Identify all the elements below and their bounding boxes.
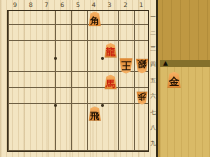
hoshi-dot (54, 104, 57, 107)
file-label: 6 (54, 1, 70, 9)
file-label: 9 (7, 1, 23, 9)
file-label: 2 (117, 1, 133, 9)
piece-glyph: 金 (169, 76, 179, 86)
shogi-piece-2四[interactable]: 王 (119, 58, 133, 74)
rank-label: 七 (150, 105, 157, 121)
piece-glyph: 銀 (137, 60, 146, 69)
sente-marker-icon: ▲ (163, 60, 168, 67)
shogi-piece-3三[interactable]: 龍 (104, 43, 118, 58)
shogi-diagram: 987654321 一二三四五六七八九 角龍王銀馬歩飛 ▲ 金 (0, 0, 210, 157)
piece-glyph: 王 (121, 60, 131, 70)
file-label: 5 (70, 1, 86, 9)
rank-label: 二 (150, 26, 157, 42)
file-label: 4 (86, 1, 102, 9)
komadai-sente: 金 (160, 67, 210, 157)
rank-label: 三 (150, 42, 157, 58)
piece-glyph: 馬 (106, 79, 115, 88)
shogi-piece-in-hand[interactable]: 金 (167, 72, 182, 88)
hoshi-dot (101, 57, 104, 60)
file-labels: 987654321 (7, 1, 149, 9)
board[interactable]: 角龍王銀馬歩飛 (7, 10, 149, 152)
rank-label: 四 (150, 57, 157, 73)
piece-glyph: 歩 (138, 92, 146, 100)
komadai-header: ▲ (160, 60, 210, 67)
rank-label: 六 (150, 89, 157, 105)
hoshi-dot (101, 104, 104, 107)
rank-label: 九 (150, 136, 157, 152)
shogi-piece-4一[interactable]: 角 (88, 11, 102, 26)
piece-glyph: 飛 (90, 110, 99, 119)
shogi-piece-3五[interactable]: 馬 (104, 75, 118, 90)
board-area: 987654321 一二三四五六七八九 角龍王銀馬歩飛 (0, 0, 158, 157)
file-label: 7 (39, 1, 55, 9)
shogi-piece-1六[interactable]: 歩 (136, 91, 148, 104)
rank-labels: 一二三四五六七八九 (150, 10, 157, 152)
shogi-piece-4七[interactable]: 飛 (88, 106, 102, 121)
piece-glyph: 龍 (106, 47, 115, 56)
rank-label: 五 (150, 73, 157, 89)
shogi-piece-1四[interactable]: 銀 (135, 59, 149, 74)
file-label: 3 (102, 1, 118, 9)
file-label: 1 (133, 1, 149, 9)
piece-glyph: 角 (90, 15, 99, 24)
rank-label: 一 (150, 10, 157, 26)
rank-label: 八 (150, 120, 157, 136)
file-label: 8 (23, 1, 39, 9)
hoshi-dot (54, 57, 57, 60)
